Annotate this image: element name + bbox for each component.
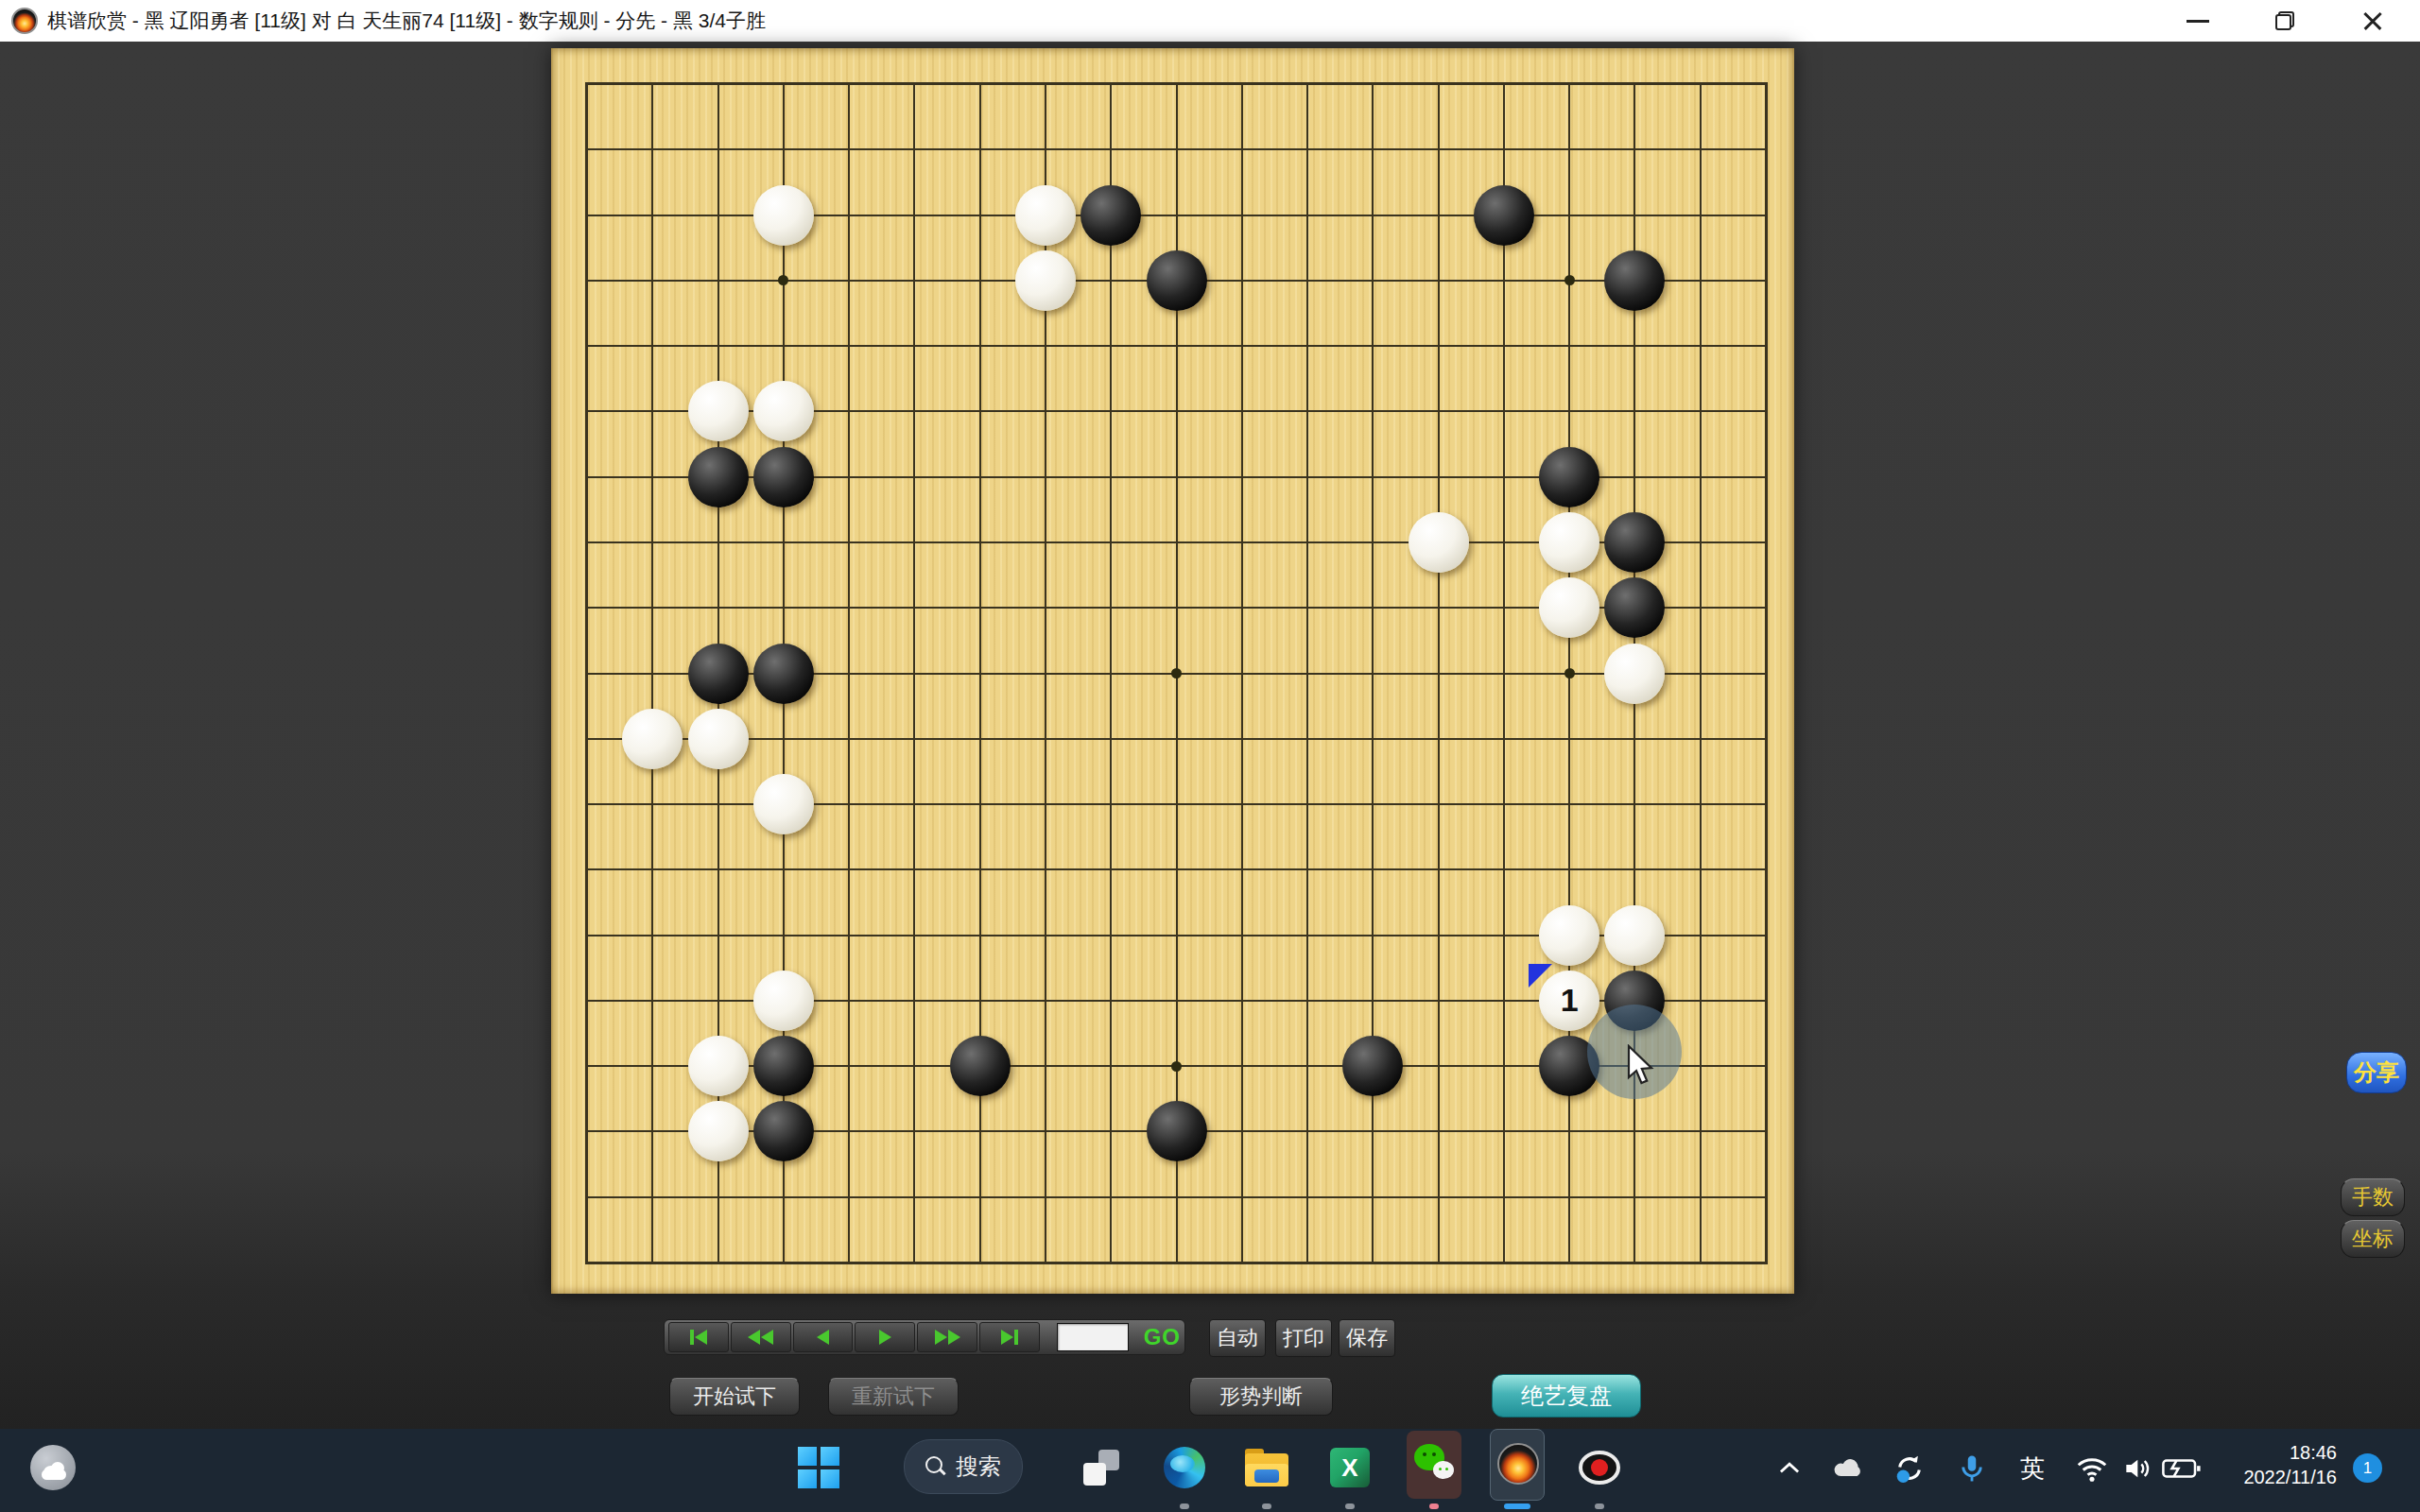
- white-stone: [1539, 512, 1599, 573]
- white-stone: [1409, 512, 1469, 573]
- black-stone: [1604, 250, 1665, 311]
- grid-line: [1700, 84, 1702, 1263]
- ime-indicator[interactable]: 英: [2015, 1453, 2049, 1484]
- minimize-icon: [2187, 20, 2209, 23]
- replay-nav-group: GO: [664, 1319, 1185, 1355]
- print-button[interactable]: 打印: [1275, 1319, 1332, 1357]
- save-button[interactable]: 保存: [1339, 1319, 1395, 1357]
- window-title: 棋谱欣赏 - 黑 辽阳勇者 [11级] 对 白 天生丽74 [11级] - 数字…: [47, 0, 766, 42]
- start-button[interactable]: [798, 1447, 839, 1488]
- go-board[interactable]: 1: [551, 48, 1794, 1294]
- white-stone: [688, 1036, 749, 1096]
- white-stone: [1604, 905, 1665, 966]
- try-move-start-button[interactable]: 开始试下: [669, 1378, 800, 1416]
- share-button[interactable]: 分享: [2346, 1052, 2407, 1093]
- white-stone: [1015, 250, 1076, 311]
- back-button[interactable]: [793, 1322, 854, 1352]
- date-label: 2022/11/16: [2203, 1465, 2337, 1489]
- white-stone: [753, 774, 814, 834]
- back-triangle-icon: [817, 1330, 829, 1345]
- title-bar: 棋谱欣赏 - 黑 辽阳勇者 [11级] 对 白 天生丽74 [11级] - 数字…: [0, 0, 2420, 42]
- battery-icon[interactable]: [2161, 1455, 2203, 1482]
- file-explorer-icon[interactable]: [1245, 1449, 1288, 1486]
- mouse-cursor: [1627, 1044, 1659, 1093]
- white-stone: [688, 709, 749, 769]
- task-view-button[interactable]: [1081, 1448, 1121, 1487]
- record-app-icon[interactable]: [1579, 1451, 1620, 1485]
- close-button[interactable]: [2344, 0, 2401, 42]
- white-stone: [753, 185, 814, 246]
- running-dot: [1345, 1503, 1355, 1509]
- forward-button[interactable]: [855, 1322, 915, 1352]
- minimize-button[interactable]: [2169, 0, 2226, 42]
- taskbar-search[interactable]: 搜索: [904, 1439, 1023, 1494]
- auto-play-button[interactable]: 自动: [1209, 1319, 1266, 1357]
- go-button[interactable]: GO: [1144, 1324, 1181, 1350]
- forward-triangle-icon: [1001, 1330, 1013, 1345]
- grid-line: [1306, 84, 1308, 1263]
- black-stone: [1080, 185, 1141, 246]
- taskbar-clock[interactable]: 18:46 2022/11/16: [2203, 1440, 2337, 1489]
- star-point: [1564, 668, 1575, 679]
- black-stone: [753, 1101, 814, 1161]
- black-stone: [688, 644, 749, 704]
- search-icon: [925, 1456, 946, 1477]
- grid-line: [587, 738, 1766, 740]
- black-stone: [688, 447, 749, 507]
- restore-button[interactable]: [2256, 0, 2313, 42]
- running-dot-notification: [1429, 1503, 1439, 1509]
- white-stone: [1539, 577, 1599, 638]
- running-dot: [1595, 1503, 1604, 1509]
- fast-forward-button[interactable]: [917, 1322, 977, 1352]
- speaker-icon[interactable]: [2117, 1452, 2155, 1485]
- white-stone: [688, 1101, 749, 1161]
- black-stone: [753, 644, 814, 704]
- fast-back-button[interactable]: [731, 1322, 791, 1352]
- forward-triangle-icon: [879, 1330, 891, 1345]
- active-app-indicator: [1504, 1503, 1530, 1509]
- forward-triangle-icon: [948, 1330, 960, 1345]
- black-stone: [950, 1036, 1011, 1096]
- ime-label: 英: [2020, 1452, 2045, 1486]
- forward-triangle-icon: [935, 1330, 947, 1345]
- black-stone: [753, 447, 814, 507]
- back-triangle-icon: [748, 1330, 760, 1345]
- white-stone: [688, 381, 749, 441]
- notification-badge[interactable]: 1: [2353, 1453, 2382, 1483]
- black-stone: [1147, 250, 1207, 311]
- search-label: 搜索: [956, 1452, 1001, 1482]
- edge-browser-icon[interactable]: [1164, 1447, 1205, 1488]
- weather-widget-icon[interactable]: [30, 1445, 76, 1490]
- onedrive-cloud-icon[interactable]: [1830, 1455, 1866, 1480]
- grid-line: [587, 868, 1766, 870]
- star-point: [1171, 668, 1182, 679]
- black-stone: [1474, 185, 1534, 246]
- coordinates-button[interactable]: 坐标: [2341, 1220, 2405, 1258]
- sync-icon[interactable]: [1891, 1451, 1928, 1486]
- back-triangle-icon: [761, 1330, 773, 1345]
- excel-icon[interactable]: X: [1330, 1448, 1370, 1487]
- taskbar: [0, 1429, 2420, 1512]
- restore-icon: [2275, 11, 2294, 30]
- time-label: 18:46: [2203, 1440, 2337, 1465]
- back-triangle-icon: [695, 1330, 707, 1345]
- grid-line: [1503, 84, 1505, 1263]
- move-number-input[interactable]: [1057, 1323, 1129, 1351]
- grid-line: [587, 1196, 1766, 1198]
- last-move-number: 1: [1561, 982, 1579, 1019]
- white-stone: [1015, 185, 1076, 246]
- grid-line: [1241, 84, 1243, 1263]
- grid-line: [1438, 84, 1440, 1263]
- running-dot: [1180, 1503, 1189, 1509]
- bar-icon: [690, 1330, 694, 1345]
- white-stone: [753, 971, 814, 1031]
- white-stone: [753, 381, 814, 441]
- close-icon: [2361, 9, 2384, 32]
- wifi-icon[interactable]: [2074, 1452, 2110, 1485]
- try-move-reset-button[interactable]: 重新试下: [828, 1378, 959, 1416]
- app-flame-icon: [11, 8, 38, 34]
- microphone-icon[interactable]: [1955, 1451, 1989, 1486]
- last-move-button[interactable]: [979, 1322, 1040, 1352]
- black-stone: [1539, 447, 1599, 507]
- star-point: [1171, 1061, 1182, 1072]
- black-stone: [1604, 512, 1665, 573]
- white-stone: [622, 709, 683, 769]
- first-move-button[interactable]: [668, 1322, 729, 1352]
- ai-replay-button[interactable]: 绝艺复盘: [1492, 1374, 1641, 1417]
- white-stone: [1604, 644, 1665, 704]
- move-numbers-button[interactable]: 手数: [2341, 1178, 2405, 1216]
- tray-chevron-up-icon[interactable]: [1773, 1455, 1806, 1480]
- position-judge-button[interactable]: 形势判断: [1189, 1378, 1333, 1416]
- wechat-icon[interactable]: [1407, 1431, 1461, 1499]
- bar-icon: [1014, 1330, 1018, 1345]
- last-move-triangle-marker: [1529, 964, 1552, 988]
- black-stone: [753, 1036, 814, 1096]
- running-dot: [1262, 1503, 1271, 1509]
- white-stone: [1539, 905, 1599, 966]
- go-app-icon-active[interactable]: [1490, 1429, 1545, 1501]
- black-stone: [1147, 1101, 1207, 1161]
- star-point: [1564, 275, 1575, 285]
